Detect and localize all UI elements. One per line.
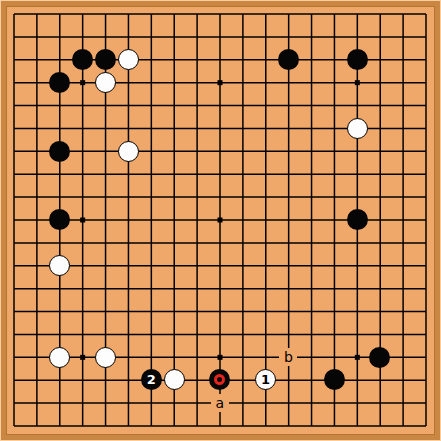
intersection-9-13[interactable] — [208, 300, 231, 323]
intersection-14-8[interactable] — [323, 186, 346, 209]
intersection-2-16[interactable] — [48, 369, 71, 392]
intersection-12-8[interactable] — [277, 186, 300, 209]
intersection-5-16[interactable] — [117, 369, 140, 392]
intersection-4-0[interactable] — [94, 3, 117, 26]
intersection-8-14[interactable] — [186, 323, 209, 346]
intersection-16-17[interactable] — [369, 391, 392, 414]
intersection-0-8[interactable] — [3, 186, 26, 209]
intersection-14-15[interactable] — [323, 346, 346, 369]
intersection-10-0[interactable] — [231, 3, 254, 26]
intersection-14-3[interactable] — [323, 71, 346, 94]
intersection-12-10[interactable] — [277, 231, 300, 254]
intersection-12-1[interactable] — [277, 25, 300, 48]
intersection-1-17[interactable] — [25, 391, 48, 414]
intersection-1-0[interactable] — [25, 3, 48, 26]
intersection-18-2[interactable] — [414, 48, 437, 71]
intersection-2-7[interactable] — [48, 163, 71, 186]
intersection-14-1[interactable] — [323, 25, 346, 48]
intersection-10-12[interactable] — [231, 277, 254, 300]
intersection-11-1[interactable] — [254, 25, 277, 48]
intersection-2-4[interactable] — [48, 94, 71, 117]
intersection-2-12[interactable] — [48, 277, 71, 300]
intersection-18-3[interactable] — [414, 71, 437, 94]
intersection-17-6[interactable] — [391, 140, 414, 163]
intersection-3-2[interactable] — [71, 48, 94, 71]
intersection-5-1[interactable] — [117, 25, 140, 48]
intersection-17-11[interactable] — [391, 254, 414, 277]
intersection-8-2[interactable] — [186, 48, 209, 71]
intersection-18-8[interactable] — [414, 186, 437, 209]
intersection-5-13[interactable] — [117, 300, 140, 323]
intersection-10-13[interactable] — [231, 300, 254, 323]
intersection-3-0[interactable] — [71, 3, 94, 26]
intersection-14-12[interactable] — [323, 277, 346, 300]
intersection-2-17[interactable] — [48, 391, 71, 414]
intersection-14-0[interactable] — [323, 3, 346, 26]
intersection-6-9[interactable] — [140, 208, 163, 231]
intersection-11-16[interactable]: 1 — [254, 369, 277, 392]
intersection-5-12[interactable] — [117, 277, 140, 300]
intersection-15-17[interactable] — [346, 391, 369, 414]
intersection-5-14[interactable] — [117, 323, 140, 346]
intersection-13-9[interactable] — [300, 208, 323, 231]
intersection-3-8[interactable] — [71, 186, 94, 209]
intersection-16-13[interactable] — [369, 300, 392, 323]
intersection-4-16[interactable] — [94, 369, 117, 392]
intersection-0-11[interactable] — [3, 254, 26, 277]
intersection-5-11[interactable] — [117, 254, 140, 277]
intersection-9-15[interactable] — [208, 346, 231, 369]
intersection-7-7[interactable] — [163, 163, 186, 186]
intersection-16-6[interactable] — [369, 140, 392, 163]
intersection-6-16[interactable]: 2 — [140, 369, 163, 392]
intersection-13-18[interactable] — [300, 414, 323, 437]
intersection-11-12[interactable] — [254, 277, 277, 300]
intersection-5-9[interactable] — [117, 208, 140, 231]
intersection-8-7[interactable] — [186, 163, 209, 186]
intersection-2-13[interactable] — [48, 300, 71, 323]
intersection-4-2[interactable] — [94, 48, 117, 71]
intersection-14-7[interactable] — [323, 163, 346, 186]
intersection-14-14[interactable] — [323, 323, 346, 346]
intersection-8-6[interactable] — [186, 140, 209, 163]
intersection-6-2[interactable] — [140, 48, 163, 71]
intersection-6-15[interactable] — [140, 346, 163, 369]
intersection-4-5[interactable] — [94, 117, 117, 140]
intersection-13-5[interactable] — [300, 117, 323, 140]
intersection-14-10[interactable] — [323, 231, 346, 254]
intersection-5-0[interactable] — [117, 3, 140, 26]
intersection-0-15[interactable] — [3, 346, 26, 369]
intersection-9-0[interactable] — [208, 3, 231, 26]
intersection-10-2[interactable] — [231, 48, 254, 71]
intersection-18-16[interactable] — [414, 369, 437, 392]
intersection-2-0[interactable] — [48, 3, 71, 26]
intersection-11-8[interactable] — [254, 186, 277, 209]
intersection-18-17[interactable] — [414, 391, 437, 414]
intersection-7-12[interactable] — [163, 277, 186, 300]
intersection-7-18[interactable] — [163, 414, 186, 437]
intersection-0-16[interactable] — [3, 369, 26, 392]
intersection-6-13[interactable] — [140, 300, 163, 323]
intersection-1-7[interactable] — [25, 163, 48, 186]
intersection-16-15[interactable] — [369, 346, 392, 369]
intersection-13-11[interactable] — [300, 254, 323, 277]
intersection-4-17[interactable] — [94, 391, 117, 414]
intersection-17-15[interactable] — [391, 346, 414, 369]
intersection-10-17[interactable] — [231, 391, 254, 414]
intersection-8-12[interactable] — [186, 277, 209, 300]
intersection-17-18[interactable] — [391, 414, 414, 437]
intersection-5-3[interactable] — [117, 71, 140, 94]
intersection-0-10[interactable] — [3, 231, 26, 254]
intersection-8-3[interactable] — [186, 71, 209, 94]
intersection-5-7[interactable] — [117, 163, 140, 186]
intersection-8-8[interactable] — [186, 186, 209, 209]
intersection-0-2[interactable] — [3, 48, 26, 71]
intersection-4-8[interactable] — [94, 186, 117, 209]
intersection-17-10[interactable] — [391, 231, 414, 254]
intersection-15-7[interactable] — [346, 163, 369, 186]
intersection-9-12[interactable] — [208, 277, 231, 300]
intersection-11-4[interactable] — [254, 94, 277, 117]
intersection-10-10[interactable] — [231, 231, 254, 254]
intersection-13-17[interactable] — [300, 391, 323, 414]
intersection-6-10[interactable] — [140, 231, 163, 254]
intersection-4-3[interactable] — [94, 71, 117, 94]
intersection-4-4[interactable] — [94, 94, 117, 117]
intersection-6-1[interactable] — [140, 25, 163, 48]
intersection-16-5[interactable] — [369, 117, 392, 140]
intersection-13-7[interactable] — [300, 163, 323, 186]
intersection-2-9[interactable] — [48, 208, 71, 231]
intersection-1-5[interactable] — [25, 117, 48, 140]
intersection-10-16[interactable] — [231, 369, 254, 392]
intersection-18-0[interactable] — [414, 3, 437, 26]
intersection-14-6[interactable] — [323, 140, 346, 163]
intersection-15-13[interactable] — [346, 300, 369, 323]
intersection-9-7[interactable] — [208, 163, 231, 186]
intersection-14-16[interactable] — [323, 369, 346, 392]
intersection-14-4[interactable] — [323, 94, 346, 117]
intersection-9-14[interactable] — [208, 323, 231, 346]
intersection-15-18[interactable] — [346, 414, 369, 437]
intersection-3-14[interactable] — [71, 323, 94, 346]
intersection-7-5[interactable] — [163, 117, 186, 140]
intersection-15-11[interactable] — [346, 254, 369, 277]
intersection-11-2[interactable] — [254, 48, 277, 71]
intersection-18-18[interactable] — [414, 414, 437, 437]
intersection-1-9[interactable] — [25, 208, 48, 231]
intersection-1-13[interactable] — [25, 300, 48, 323]
intersection-6-6[interactable] — [140, 140, 163, 163]
intersection-3-5[interactable] — [71, 117, 94, 140]
intersection-15-5[interactable] — [346, 117, 369, 140]
intersection-13-14[interactable] — [300, 323, 323, 346]
intersection-5-15[interactable] — [117, 346, 140, 369]
intersection-2-15[interactable] — [48, 346, 71, 369]
intersection-4-11[interactable] — [94, 254, 117, 277]
intersection-2-8[interactable] — [48, 186, 71, 209]
intersection-11-6[interactable] — [254, 140, 277, 163]
intersection-15-9[interactable] — [346, 208, 369, 231]
intersection-10-4[interactable] — [231, 94, 254, 117]
intersection-2-5[interactable] — [48, 117, 71, 140]
intersection-17-7[interactable] — [391, 163, 414, 186]
intersection-17-14[interactable] — [391, 323, 414, 346]
intersection-4-13[interactable] — [94, 300, 117, 323]
intersection-6-12[interactable] — [140, 277, 163, 300]
intersection-5-17[interactable] — [117, 391, 140, 414]
intersection-13-0[interactable] — [300, 3, 323, 26]
intersection-16-11[interactable] — [369, 254, 392, 277]
intersection-2-10[interactable] — [48, 231, 71, 254]
intersection-14-11[interactable] — [323, 254, 346, 277]
intersection-1-4[interactable] — [25, 94, 48, 117]
intersection-14-13[interactable] — [323, 300, 346, 323]
intersection-6-11[interactable] — [140, 254, 163, 277]
intersection-4-18[interactable] — [94, 414, 117, 437]
intersection-15-14[interactable] — [346, 323, 369, 346]
intersection-9-11[interactable] — [208, 254, 231, 277]
intersection-8-1[interactable] — [186, 25, 209, 48]
intersection-8-13[interactable] — [186, 300, 209, 323]
intersection-16-7[interactable] — [369, 163, 392, 186]
intersection-9-16[interactable] — [208, 369, 231, 392]
intersection-7-2[interactable] — [163, 48, 186, 71]
intersection-15-15[interactable] — [346, 346, 369, 369]
intersection-16-16[interactable] — [369, 369, 392, 392]
intersection-15-16[interactable] — [346, 369, 369, 392]
intersection-6-4[interactable] — [140, 94, 163, 117]
intersection-8-18[interactable] — [186, 414, 209, 437]
intersection-16-0[interactable] — [369, 3, 392, 26]
intersection-13-1[interactable] — [300, 25, 323, 48]
intersection-15-0[interactable] — [346, 3, 369, 26]
intersection-12-5[interactable] — [277, 117, 300, 140]
intersection-16-3[interactable] — [369, 71, 392, 94]
intersection-3-11[interactable] — [71, 254, 94, 277]
intersection-5-18[interactable] — [117, 414, 140, 437]
intersection-13-15[interactable] — [300, 346, 323, 369]
intersection-6-14[interactable] — [140, 323, 163, 346]
intersection-7-3[interactable] — [163, 71, 186, 94]
intersection-11-5[interactable] — [254, 117, 277, 140]
intersection-16-14[interactable] — [369, 323, 392, 346]
intersection-3-13[interactable] — [71, 300, 94, 323]
intersection-2-14[interactable] — [48, 323, 71, 346]
intersection-3-10[interactable] — [71, 231, 94, 254]
intersection-1-18[interactable] — [25, 414, 48, 437]
intersection-12-2[interactable] — [277, 48, 300, 71]
intersection-4-12[interactable] — [94, 277, 117, 300]
intersection-7-17[interactable] — [163, 391, 186, 414]
intersection-14-17[interactable] — [323, 391, 346, 414]
intersection-6-3[interactable] — [140, 71, 163, 94]
intersection-12-7[interactable] — [277, 163, 300, 186]
intersection-7-16[interactable] — [163, 369, 186, 392]
intersection-12-13[interactable] — [277, 300, 300, 323]
intersection-8-17[interactable] — [186, 391, 209, 414]
intersection-18-6[interactable] — [414, 140, 437, 163]
intersection-7-13[interactable] — [163, 300, 186, 323]
intersection-0-18[interactable] — [3, 414, 26, 437]
intersection-11-10[interactable] — [254, 231, 277, 254]
intersection-8-5[interactable] — [186, 117, 209, 140]
intersection-7-15[interactable] — [163, 346, 186, 369]
intersection-8-4[interactable] — [186, 94, 209, 117]
intersection-16-2[interactable] — [369, 48, 392, 71]
intersection-4-10[interactable] — [94, 231, 117, 254]
intersection-2-3[interactable] — [48, 71, 71, 94]
intersection-6-5[interactable] — [140, 117, 163, 140]
intersection-10-1[interactable] — [231, 25, 254, 48]
intersection-1-6[interactable] — [25, 140, 48, 163]
intersection-12-0[interactable] — [277, 3, 300, 26]
intersection-11-9[interactable] — [254, 208, 277, 231]
intersection-7-6[interactable] — [163, 140, 186, 163]
intersection-12-14[interactable] — [277, 323, 300, 346]
intersection-18-12[interactable] — [414, 277, 437, 300]
intersection-12-16[interactable] — [277, 369, 300, 392]
intersection-1-12[interactable] — [25, 277, 48, 300]
intersection-10-18[interactable] — [231, 414, 254, 437]
intersection-6-8[interactable] — [140, 186, 163, 209]
intersection-6-18[interactable] — [140, 414, 163, 437]
intersection-8-15[interactable] — [186, 346, 209, 369]
intersection-8-0[interactable] — [186, 3, 209, 26]
intersection-5-6[interactable] — [117, 140, 140, 163]
intersection-1-16[interactable] — [25, 369, 48, 392]
intersection-13-12[interactable] — [300, 277, 323, 300]
intersection-0-13[interactable] — [3, 300, 26, 323]
intersection-13-16[interactable] — [300, 369, 323, 392]
intersection-9-9[interactable] — [208, 208, 231, 231]
intersection-12-15[interactable]: b — [277, 346, 300, 369]
intersection-11-7[interactable] — [254, 163, 277, 186]
intersection-3-3[interactable] — [71, 71, 94, 94]
intersection-0-0[interactable] — [3, 3, 26, 26]
intersection-10-3[interactable] — [231, 71, 254, 94]
intersection-14-18[interactable] — [323, 414, 346, 437]
intersection-1-10[interactable] — [25, 231, 48, 254]
intersection-0-14[interactable] — [3, 323, 26, 346]
intersection-9-6[interactable] — [208, 140, 231, 163]
intersection-0-12[interactable] — [3, 277, 26, 300]
intersection-3-18[interactable] — [71, 414, 94, 437]
intersection-2-1[interactable] — [48, 25, 71, 48]
intersection-4-14[interactable] — [94, 323, 117, 346]
intersection-3-17[interactable] — [71, 391, 94, 414]
intersection-12-12[interactable] — [277, 277, 300, 300]
intersection-0-3[interactable] — [3, 71, 26, 94]
intersection-7-8[interactable] — [163, 186, 186, 209]
intersection-12-6[interactable] — [277, 140, 300, 163]
intersection-3-1[interactable] — [71, 25, 94, 48]
intersection-1-2[interactable] — [25, 48, 48, 71]
intersection-1-3[interactable] — [25, 71, 48, 94]
intersection-9-4[interactable] — [208, 94, 231, 117]
intersection-8-11[interactable] — [186, 254, 209, 277]
intersection-8-10[interactable] — [186, 231, 209, 254]
intersection-12-11[interactable] — [277, 254, 300, 277]
intersection-9-18[interactable] — [208, 414, 231, 437]
intersection-17-12[interactable] — [391, 277, 414, 300]
intersection-17-9[interactable] — [391, 208, 414, 231]
intersection-18-5[interactable] — [414, 117, 437, 140]
intersection-16-4[interactable] — [369, 94, 392, 117]
intersection-0-4[interactable] — [3, 94, 26, 117]
intersection-16-12[interactable] — [369, 277, 392, 300]
intersection-0-7[interactable] — [3, 163, 26, 186]
intersection-18-7[interactable] — [414, 163, 437, 186]
intersection-9-3[interactable] — [208, 71, 231, 94]
intersection-18-10[interactable] — [414, 231, 437, 254]
intersection-10-6[interactable] — [231, 140, 254, 163]
intersection-7-9[interactable] — [163, 208, 186, 231]
intersection-7-1[interactable] — [163, 25, 186, 48]
intersection-12-17[interactable] — [277, 391, 300, 414]
intersection-15-8[interactable] — [346, 186, 369, 209]
intersection-7-0[interactable] — [163, 3, 186, 26]
intersection-11-14[interactable] — [254, 323, 277, 346]
intersection-16-8[interactable] — [369, 186, 392, 209]
intersection-16-9[interactable] — [369, 208, 392, 231]
intersection-0-9[interactable] — [3, 208, 26, 231]
intersection-5-10[interactable] — [117, 231, 140, 254]
intersection-14-2[interactable] — [323, 48, 346, 71]
intersection-9-17[interactable]: a — [208, 391, 231, 414]
intersection-1-14[interactable] — [25, 323, 48, 346]
intersection-9-2[interactable] — [208, 48, 231, 71]
intersection-15-10[interactable] — [346, 231, 369, 254]
intersection-17-3[interactable] — [391, 71, 414, 94]
intersection-14-9[interactable] — [323, 208, 346, 231]
intersection-6-0[interactable] — [140, 3, 163, 26]
intersection-15-1[interactable] — [346, 25, 369, 48]
intersection-6-7[interactable] — [140, 163, 163, 186]
intersection-18-14[interactable] — [414, 323, 437, 346]
intersection-11-3[interactable] — [254, 71, 277, 94]
intersection-3-4[interactable] — [71, 94, 94, 117]
intersection-4-15[interactable] — [94, 346, 117, 369]
intersection-13-6[interactable] — [300, 140, 323, 163]
intersection-11-11[interactable] — [254, 254, 277, 277]
intersection-7-11[interactable] — [163, 254, 186, 277]
intersection-10-11[interactable] — [231, 254, 254, 277]
intersection-17-16[interactable] — [391, 369, 414, 392]
intersection-0-5[interactable] — [3, 117, 26, 140]
intersection-5-8[interactable] — [117, 186, 140, 209]
intersection-17-1[interactable] — [391, 25, 414, 48]
intersection-5-2[interactable] — [117, 48, 140, 71]
intersection-12-4[interactable] — [277, 94, 300, 117]
intersection-3-7[interactable] — [71, 163, 94, 186]
intersection-18-15[interactable] — [414, 346, 437, 369]
intersection-4-7[interactable] — [94, 163, 117, 186]
intersection-17-17[interactable] — [391, 391, 414, 414]
intersection-10-8[interactable] — [231, 186, 254, 209]
intersection-9-1[interactable] — [208, 25, 231, 48]
intersection-5-4[interactable] — [117, 94, 140, 117]
intersection-9-10[interactable] — [208, 231, 231, 254]
intersection-18-4[interactable] — [414, 94, 437, 117]
intersection-11-13[interactable] — [254, 300, 277, 323]
intersection-4-1[interactable] — [94, 25, 117, 48]
intersection-13-8[interactable] — [300, 186, 323, 209]
intersection-10-15[interactable] — [231, 346, 254, 369]
intersection-3-12[interactable] — [71, 277, 94, 300]
